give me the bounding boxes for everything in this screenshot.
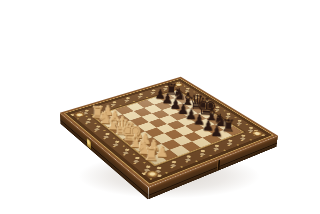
brass-clasp [87, 138, 91, 150]
chess-box: ♜♞♝♛♚♝♞♜♟♟♟♟♟♟♟♟♟♟♟♟♟♟♟♟♜♞♝♛♚♝♞♜ [86, 43, 249, 206]
product-photo-background: ♜♞♝♛♚♝♞♜♟♟♟♟♟♟♟♟♟♟♟♟♟♟♟♟♜♞♝♛♚♝♞♜ [0, 0, 320, 214]
piece-white-rook: ♜ [143, 145, 158, 163]
piece-black-pawn: ♟ [210, 124, 224, 139]
